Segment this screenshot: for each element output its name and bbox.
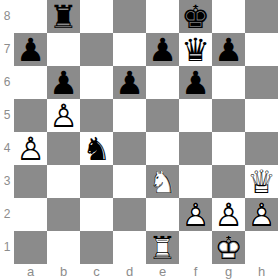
white-pawn-glyph: ♙ (47, 99, 80, 132)
square-b6[interactable]: ♟ (47, 66, 80, 99)
square-b1[interactable] (47, 231, 80, 264)
square-c8[interactable] (80, 0, 113, 33)
file-label-h: h (245, 264, 278, 280)
white-pawn-glyph: ♙ (212, 198, 245, 231)
square-e7[interactable]: ♟ (146, 33, 179, 66)
square-a5[interactable] (14, 99, 47, 132)
white-knight[interactable]: ♞♘ (146, 165, 179, 198)
square-h5[interactable] (245, 99, 278, 132)
square-h4[interactable] (245, 132, 278, 165)
square-c1[interactable] (80, 231, 113, 264)
square-f1[interactable] (179, 231, 212, 264)
file-labels: abcdefgh (14, 264, 278, 280)
chess-diagram: 87654321 ♜♚♟♟♛♟♟♟♟♟♙♟♙♞♞♘♛♕♟♙♟♙♟♙♜♖♚♔ ab… (0, 0, 280, 280)
square-f3[interactable] (179, 165, 212, 198)
square-e4[interactable] (146, 132, 179, 165)
square-g3[interactable] (212, 165, 245, 198)
square-a2[interactable] (14, 198, 47, 231)
white-pawn[interactable]: ♟♙ (47, 99, 80, 132)
black-pawn[interactable]: ♟ (179, 66, 212, 99)
black-pawn-glyph: ♟ (113, 66, 146, 99)
black-pawn-glyph: ♟ (47, 66, 80, 99)
square-h2[interactable]: ♟♙ (245, 198, 278, 231)
file-label-e: e (146, 264, 179, 280)
file-label-d: d (113, 264, 146, 280)
square-d8[interactable] (113, 0, 146, 33)
square-b4[interactable] (47, 132, 80, 165)
file-label-f: f (179, 264, 212, 280)
square-d7[interactable] (113, 33, 146, 66)
black-king-glyph: ♚ (179, 0, 212, 33)
white-king[interactable]: ♚♔ (212, 231, 245, 264)
square-d2[interactable] (113, 198, 146, 231)
black-pawn-glyph: ♟ (179, 66, 212, 99)
white-king-glyph: ♔ (212, 231, 245, 264)
square-d1[interactable] (113, 231, 146, 264)
black-pawn[interactable]: ♟ (113, 66, 146, 99)
white-pawn[interactable]: ♟♙ (14, 132, 47, 165)
square-g7[interactable]: ♟ (212, 33, 245, 66)
square-e2[interactable] (146, 198, 179, 231)
black-pawn[interactable]: ♟ (47, 66, 80, 99)
square-b8[interactable]: ♜ (47, 0, 80, 33)
square-e3[interactable]: ♞♘ (146, 165, 179, 198)
file-label-c: c (80, 264, 113, 280)
square-e5[interactable] (146, 99, 179, 132)
square-h3[interactable]: ♛♕ (245, 165, 278, 198)
white-pawn-glyph: ♙ (14, 132, 47, 165)
square-b2[interactable] (47, 198, 80, 231)
square-a6[interactable] (14, 66, 47, 99)
square-f6[interactable]: ♟ (179, 66, 212, 99)
black-king[interactable]: ♚ (179, 0, 212, 33)
square-d4[interactable] (113, 132, 146, 165)
square-h6[interactable] (245, 66, 278, 99)
square-g4[interactable] (212, 132, 245, 165)
rank-label-4: 4 (0, 132, 14, 165)
square-c4[interactable]: ♞ (80, 132, 113, 165)
white-rook-glyph: ♖ (146, 231, 179, 264)
square-f8[interactable]: ♚ (179, 0, 212, 33)
square-g1[interactable]: ♚♔ (212, 231, 245, 264)
square-b3[interactable] (47, 165, 80, 198)
file-label-a: a (14, 264, 47, 280)
black-pawn[interactable]: ♟ (146, 33, 179, 66)
square-b7[interactable] (47, 33, 80, 66)
rank-label-5: 5 (0, 99, 14, 132)
square-h8[interactable] (245, 0, 278, 33)
square-c7[interactable] (80, 33, 113, 66)
square-h1[interactable] (245, 231, 278, 264)
file-label-g: g (212, 264, 245, 280)
square-f2[interactable]: ♟♙ (179, 198, 212, 231)
black-queen-glyph: ♛ (179, 33, 212, 66)
black-pawn-glyph: ♟ (14, 33, 47, 66)
square-d6[interactable]: ♟ (113, 66, 146, 99)
square-a3[interactable] (14, 165, 47, 198)
black-pawn[interactable]: ♟ (14, 33, 47, 66)
white-pawn[interactable]: ♟♙ (212, 198, 245, 231)
black-pawn-glyph: ♟ (212, 33, 245, 66)
white-pawn-glyph: ♙ (245, 198, 278, 231)
black-queen[interactable]: ♛ (179, 33, 212, 66)
square-g8[interactable] (212, 0, 245, 33)
square-a1[interactable] (14, 231, 47, 264)
square-d3[interactable] (113, 165, 146, 198)
square-e1[interactable]: ♜♖ (146, 231, 179, 264)
square-g2[interactable]: ♟♙ (212, 198, 245, 231)
square-g5[interactable] (212, 99, 245, 132)
black-rook-glyph: ♜ (47, 0, 80, 33)
black-knight[interactable]: ♞ (80, 132, 113, 165)
black-rook[interactable]: ♜ (47, 0, 80, 33)
white-knight-glyph: ♘ (146, 165, 179, 198)
black-pawn-glyph: ♟ (146, 33, 179, 66)
square-h7[interactable] (245, 33, 278, 66)
square-c5[interactable] (80, 99, 113, 132)
square-b5[interactable]: ♟♙ (47, 99, 80, 132)
square-c2[interactable] (80, 198, 113, 231)
rank-label-6: 6 (0, 66, 14, 99)
rank-label-2: 2 (0, 198, 14, 231)
square-f7[interactable]: ♛ (179, 33, 212, 66)
white-pawn[interactable]: ♟♙ (245, 198, 278, 231)
square-c6[interactable] (80, 66, 113, 99)
square-g6[interactable] (212, 66, 245, 99)
square-d5[interactable] (113, 99, 146, 132)
chess-board[interactable]: ♜♚♟♟♛♟♟♟♟♟♙♟♙♞♞♘♛♕♟♙♟♙♟♙♜♖♚♔ (14, 0, 278, 264)
white-queen-glyph: ♕ (245, 165, 278, 198)
white-pawn[interactable]: ♟♙ (179, 198, 212, 231)
square-e6[interactable] (146, 66, 179, 99)
square-e8[interactable] (146, 0, 179, 33)
black-pawn[interactable]: ♟ (212, 33, 245, 66)
square-c3[interactable] (80, 165, 113, 198)
square-a4[interactable]: ♟♙ (14, 132, 47, 165)
black-knight-glyph: ♞ (80, 132, 113, 165)
white-queen[interactable]: ♛♕ (245, 165, 278, 198)
square-a7[interactable]: ♟ (14, 33, 47, 66)
white-rook[interactable]: ♜♖ (146, 231, 179, 264)
square-f4[interactable] (179, 132, 212, 165)
file-label-b: b (47, 264, 80, 280)
square-f5[interactable] (179, 99, 212, 132)
rank-label-8: 8 (0, 0, 14, 33)
rank-label-1: 1 (0, 231, 14, 264)
rank-labels: 87654321 (0, 0, 14, 264)
rank-label-3: 3 (0, 165, 14, 198)
square-a8[interactable] (14, 0, 47, 33)
white-pawn-glyph: ♙ (179, 198, 212, 231)
rank-label-7: 7 (0, 33, 14, 66)
